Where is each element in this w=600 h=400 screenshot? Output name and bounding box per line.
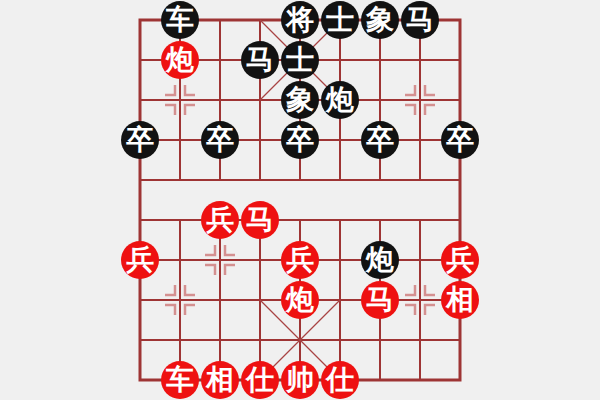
empty-point[interactable] xyxy=(400,40,440,80)
empty-point[interactable] xyxy=(400,320,440,360)
empty-point[interactable] xyxy=(320,120,360,160)
piece-black-soldier[interactable]: 卒 xyxy=(361,121,399,159)
empty-point[interactable] xyxy=(240,160,280,200)
piece-black-general[interactable]: 将 xyxy=(281,1,319,39)
piece-red-elephant[interactable]: 相 xyxy=(201,361,239,399)
xiangqi-board: 车将士象马炮马士象炮卒卒卒卒卒兵马兵兵炮兵炮马相车相仕帅仕 xyxy=(0,0,600,400)
empty-point[interactable] xyxy=(120,320,160,360)
piece-red-soldier[interactable]: 兵 xyxy=(281,241,319,279)
empty-point[interactable] xyxy=(200,80,240,120)
empty-point[interactable] xyxy=(400,240,440,280)
piece-red-soldier[interactable]: 兵 xyxy=(441,241,479,279)
empty-point[interactable] xyxy=(440,200,480,240)
empty-point[interactable] xyxy=(200,240,240,280)
empty-point[interactable] xyxy=(280,160,320,200)
piece-red-elephant[interactable]: 相 xyxy=(441,281,479,319)
empty-point[interactable] xyxy=(120,360,160,400)
piece-red-soldier[interactable]: 兵 xyxy=(201,201,239,239)
piece-red-cannon[interactable]: 炮 xyxy=(161,41,199,79)
empty-point[interactable] xyxy=(200,320,240,360)
empty-point[interactable] xyxy=(360,160,400,200)
empty-point[interactable] xyxy=(360,320,400,360)
empty-point[interactable] xyxy=(240,120,280,160)
empty-point[interactable] xyxy=(120,200,160,240)
empty-point[interactable] xyxy=(120,0,160,40)
empty-point[interactable] xyxy=(400,360,440,400)
empty-point[interactable] xyxy=(160,200,200,240)
piece-black-elephant[interactable]: 象 xyxy=(281,81,319,119)
piece-black-soldier[interactable]: 卒 xyxy=(121,121,159,159)
piece-red-advisor[interactable]: 仕 xyxy=(321,361,359,399)
empty-point[interactable] xyxy=(440,360,480,400)
empty-point[interactable] xyxy=(240,80,280,120)
empty-point[interactable] xyxy=(440,160,480,200)
empty-point[interactable] xyxy=(160,280,200,320)
empty-point[interactable] xyxy=(320,280,360,320)
piece-black-soldier[interactable]: 卒 xyxy=(441,121,479,159)
empty-point[interactable] xyxy=(440,40,480,80)
piece-red-horse[interactable]: 马 xyxy=(361,281,399,319)
empty-point[interactable] xyxy=(160,80,200,120)
piece-black-advisor[interactable]: 士 xyxy=(321,1,359,39)
piece-black-advisor[interactable]: 士 xyxy=(281,41,319,79)
empty-point[interactable] xyxy=(160,240,200,280)
empty-point[interactable] xyxy=(400,200,440,240)
empty-point[interactable] xyxy=(120,40,160,80)
empty-point[interactable] xyxy=(320,160,360,200)
empty-point[interactable] xyxy=(400,120,440,160)
empty-point[interactable] xyxy=(360,200,400,240)
empty-point[interactable] xyxy=(120,280,160,320)
piece-black-chariot[interactable]: 车 xyxy=(161,1,199,39)
empty-point[interactable] xyxy=(200,0,240,40)
empty-point[interactable] xyxy=(360,360,400,400)
empty-point[interactable] xyxy=(200,280,240,320)
empty-point[interactable] xyxy=(240,320,280,360)
piece-black-horse[interactable]: 马 xyxy=(401,1,439,39)
piece-red-soldier[interactable]: 兵 xyxy=(121,241,159,279)
empty-point[interactable] xyxy=(200,40,240,80)
empty-point[interactable] xyxy=(320,240,360,280)
piece-black-elephant[interactable]: 象 xyxy=(361,1,399,39)
piece-red-chariot[interactable]: 车 xyxy=(161,361,199,399)
empty-point[interactable] xyxy=(360,40,400,80)
empty-point[interactable] xyxy=(320,200,360,240)
board-grid: 车将士象马炮马士象炮卒卒卒卒卒兵马兵兵炮兵炮马相车相仕帅仕 xyxy=(120,0,480,400)
empty-point[interactable] xyxy=(280,320,320,360)
piece-black-horse[interactable]: 马 xyxy=(241,41,279,79)
empty-point[interactable] xyxy=(160,320,200,360)
empty-point[interactable] xyxy=(440,80,480,120)
piece-black-cannon[interactable]: 炮 xyxy=(361,241,399,279)
empty-point[interactable] xyxy=(120,160,160,200)
empty-point[interactable] xyxy=(400,280,440,320)
empty-point[interactable] xyxy=(200,160,240,200)
empty-point[interactable] xyxy=(320,320,360,360)
empty-point[interactable] xyxy=(320,40,360,80)
empty-point[interactable] xyxy=(280,200,320,240)
empty-point[interactable] xyxy=(360,80,400,120)
piece-red-advisor[interactable]: 仕 xyxy=(241,361,279,399)
piece-red-general[interactable]: 帅 xyxy=(281,361,319,399)
empty-point[interactable] xyxy=(400,160,440,200)
piece-black-soldier[interactable]: 卒 xyxy=(201,121,239,159)
empty-point[interactable] xyxy=(240,240,280,280)
piece-red-cannon[interactable]: 炮 xyxy=(281,281,319,319)
piece-black-cannon[interactable]: 炮 xyxy=(321,81,359,119)
empty-point[interactable] xyxy=(440,0,480,40)
empty-point[interactable] xyxy=(240,280,280,320)
empty-point[interactable] xyxy=(160,160,200,200)
piece-red-horse[interactable]: 马 xyxy=(241,201,279,239)
empty-point[interactable] xyxy=(400,80,440,120)
empty-point[interactable] xyxy=(120,80,160,120)
empty-point[interactable] xyxy=(440,320,480,360)
empty-point[interactable] xyxy=(160,120,200,160)
empty-point[interactable] xyxy=(240,0,280,40)
piece-black-soldier[interactable]: 卒 xyxy=(281,121,319,159)
